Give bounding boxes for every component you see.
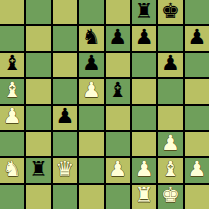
square-e5[interactable]: ♝ (106, 79, 130, 103)
black-bishop: ♝ (3, 53, 22, 74)
square-h3[interactable] (185, 132, 209, 156)
black-pawn: ♟ (187, 27, 206, 48)
white-pawn: ♟ (82, 80, 101, 101)
square-d1[interactable] (79, 185, 103, 209)
white-queen: ♛ (56, 159, 75, 180)
black-pawn: ♟ (56, 106, 75, 127)
square-d4[interactable] (79, 106, 103, 130)
white-bishop: ♝ (3, 80, 22, 101)
white-bishop: ♝ (161, 159, 180, 180)
square-b1[interactable] (26, 185, 50, 209)
square-g2[interactable]: ♝ (158, 158, 182, 182)
square-b5[interactable] (26, 79, 50, 103)
square-e6[interactable] (106, 53, 130, 77)
square-g1[interactable]: ♚ (158, 185, 182, 209)
square-h4[interactable] (185, 106, 209, 130)
square-b2[interactable]: ♜ (26, 158, 50, 182)
square-b3[interactable] (26, 132, 50, 156)
square-a1[interactable] (0, 185, 24, 209)
square-a7[interactable] (0, 26, 24, 50)
black-pawn: ♟ (135, 27, 154, 48)
black-rook: ♜ (29, 159, 48, 180)
square-a4[interactable]: ♟ (0, 106, 24, 130)
chess-board-window: ♜♚♞♟♟♟♝♟♟♝♟♝♟♟♟♞♜♛♟♟♝♟♜♚ (0, 0, 209, 209)
white-pawn: ♟ (135, 159, 154, 180)
white-pawn: ♟ (187, 159, 206, 180)
square-c8[interactable] (53, 0, 77, 24)
square-f7[interactable]: ♟ (132, 26, 156, 50)
black-pawn: ♟ (108, 27, 127, 48)
square-c2[interactable]: ♛ (53, 158, 77, 182)
square-c6[interactable] (53, 53, 77, 77)
white-pawn: ♟ (3, 106, 22, 127)
square-c4[interactable]: ♟ (53, 106, 77, 130)
square-d7[interactable]: ♞ (79, 26, 103, 50)
square-e3[interactable] (106, 132, 130, 156)
square-f2[interactable]: ♟ (132, 158, 156, 182)
square-a5[interactable]: ♝ (0, 79, 24, 103)
square-b4[interactable] (26, 106, 50, 130)
white-king: ♚ (161, 185, 180, 206)
white-rook: ♜ (135, 185, 154, 206)
white-knight: ♞ (3, 159, 22, 180)
square-e4[interactable] (106, 106, 130, 130)
square-c5[interactable] (53, 79, 77, 103)
square-g3[interactable]: ♟ (158, 132, 182, 156)
square-e8[interactable] (106, 0, 130, 24)
square-g5[interactable] (158, 79, 182, 103)
square-c7[interactable] (53, 26, 77, 50)
black-pawn: ♟ (161, 53, 180, 74)
black-pawn: ♟ (82, 53, 101, 74)
black-rook: ♜ (135, 1, 154, 22)
square-b6[interactable] (26, 53, 50, 77)
square-f3[interactable] (132, 132, 156, 156)
square-g8[interactable]: ♚ (158, 0, 182, 24)
square-c1[interactable] (53, 185, 77, 209)
square-g7[interactable] (158, 26, 182, 50)
square-a3[interactable] (0, 132, 24, 156)
black-knight: ♞ (82, 27, 101, 48)
square-d5[interactable]: ♟ (79, 79, 103, 103)
square-d3[interactable] (79, 132, 103, 156)
square-b7[interactable] (26, 26, 50, 50)
square-e7[interactable]: ♟ (106, 26, 130, 50)
square-h8[interactable] (185, 0, 209, 24)
white-pawn: ♟ (161, 133, 180, 154)
square-h5[interactable] (185, 79, 209, 103)
square-a2[interactable]: ♞ (0, 158, 24, 182)
black-king: ♚ (161, 1, 180, 22)
square-h7[interactable]: ♟ (185, 26, 209, 50)
square-d6[interactable]: ♟ (79, 53, 103, 77)
square-d8[interactable] (79, 0, 103, 24)
square-h2[interactable]: ♟ (185, 158, 209, 182)
chess-board: ♜♚♞♟♟♟♝♟♟♝♟♝♟♟♟♞♜♛♟♟♝♟♜♚ (0, 0, 209, 209)
square-a6[interactable]: ♝ (0, 53, 24, 77)
square-f8[interactable]: ♜ (132, 0, 156, 24)
black-bishop: ♝ (108, 80, 127, 101)
square-d2[interactable] (79, 158, 103, 182)
square-h1[interactable] (185, 185, 209, 209)
square-e1[interactable] (106, 185, 130, 209)
square-h6[interactable] (185, 53, 209, 77)
square-f1[interactable]: ♜ (132, 185, 156, 209)
square-e2[interactable]: ♟ (106, 158, 130, 182)
square-f6[interactable] (132, 53, 156, 77)
square-b8[interactable] (26, 0, 50, 24)
white-pawn: ♟ (108, 159, 127, 180)
square-g4[interactable] (158, 106, 182, 130)
square-f5[interactable] (132, 79, 156, 103)
square-g6[interactable]: ♟ (158, 53, 182, 77)
square-a8[interactable] (0, 0, 24, 24)
square-c3[interactable] (53, 132, 77, 156)
square-f4[interactable] (132, 106, 156, 130)
